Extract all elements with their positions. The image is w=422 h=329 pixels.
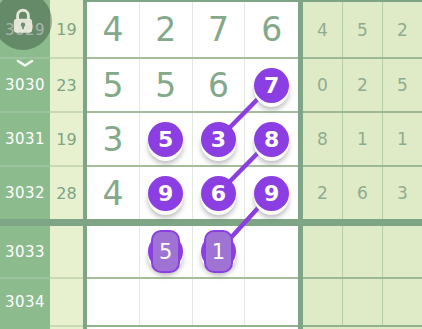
stat-cell: 1 [343, 113, 383, 165]
digit-cell: 4 [87, 167, 140, 219]
stat-cell [343, 279, 383, 325]
stat-value: 1 [397, 129, 408, 149]
sum-cell [50, 226, 83, 277]
digit-cell: 7 [245, 59, 298, 111]
stat-cell: 2 [343, 59, 383, 111]
digit-cell: 4 [87, 2, 140, 57]
digit-cell: 9 [140, 167, 193, 219]
board-row: 3030235567025 [0, 59, 422, 111]
stat-value: 1 [357, 129, 368, 149]
draw-number-cell: 3031 [0, 113, 50, 165]
draw-number: 3030 [5, 76, 45, 94]
digit-cell: 6 [245, 2, 298, 57]
drawn-digit: 8 [264, 127, 279, 152]
digit-cell: 6 [193, 59, 246, 111]
digit: 5 [102, 66, 123, 105]
sum-cell [50, 279, 83, 325]
digit: 3 [102, 120, 123, 159]
stat-cell: 1 [383, 113, 422, 165]
board-row: 3032284969263 [0, 167, 422, 219]
stat-cell [303, 279, 343, 325]
stat-value: 8 [317, 129, 328, 149]
stat-cell [303, 226, 343, 277]
digit: 5 [155, 66, 176, 105]
stat-cell: 4 [303, 2, 343, 57]
draw-number: 3034 [5, 293, 45, 311]
chevron-down-icon[interactable] [16, 59, 34, 68]
draw-number-cell: 3032 [0, 167, 50, 219]
digit-cell: 6 [193, 167, 246, 219]
digit-cell: 2 [140, 2, 193, 57]
picked-number-tile[interactable]: 1 [201, 234, 236, 269]
digit: 4 [102, 174, 123, 213]
drawn-digit: 5 [158, 127, 173, 152]
digit-cell: 3 [193, 113, 246, 165]
digit-cell: 5 [140, 59, 193, 111]
digit-cell: 3 [87, 113, 140, 165]
digit-cell: 8 [245, 113, 298, 165]
stat-value: 5 [397, 75, 408, 95]
drawn-digit: 3 [211, 127, 226, 152]
digit-cell[interactable]: 1 [193, 226, 246, 277]
digit: 6 [261, 10, 282, 49]
draw-number: 3032 [5, 184, 45, 202]
stat-value: 6 [357, 183, 368, 203]
drawn-digit: 7 [264, 73, 279, 98]
stat-cell: 0 [303, 59, 343, 111]
draw-number: 3033 [5, 243, 45, 261]
digit-cell[interactable] [140, 279, 193, 325]
drawn-number-circle: 6 [201, 176, 236, 211]
drawn-digit: 6 [211, 181, 226, 206]
digit: 7 [208, 10, 229, 49]
board-row: 3034 [0, 279, 422, 325]
drawn-number-circle: 5 [148, 122, 183, 157]
stat-cell [383, 226, 422, 277]
stat-value: 4 [317, 20, 328, 40]
digit-cell: 9 [245, 167, 298, 219]
digit: 4 [102, 10, 123, 49]
stat-cell: 2 [383, 2, 422, 57]
drawn-number-circle: 9 [254, 176, 289, 211]
sum-value: 19 [56, 130, 76, 149]
sum-cell: 28 [50, 167, 83, 219]
digit-cell[interactable] [87, 279, 140, 325]
digit-cell: 5 [87, 59, 140, 111]
digit-cell[interactable] [245, 279, 298, 325]
stat-cell [383, 279, 422, 325]
drawn-number-circle: 9 [148, 176, 183, 211]
stat-value: 3 [397, 183, 408, 203]
digit: 2 [155, 10, 176, 49]
picked-digit: 1 [212, 240, 225, 264]
digit-cell[interactable] [87, 226, 140, 277]
digit: 6 [208, 66, 229, 105]
board-row: 3031193538811 [0, 113, 422, 165]
stat-value: 5 [357, 20, 368, 40]
stat-value: 0 [317, 75, 328, 95]
drawn-digit: 9 [158, 181, 173, 206]
stat-cell: 8 [303, 113, 343, 165]
digit-cell: 5 [140, 113, 193, 165]
board-rows: 3029194276452303023556702530311935388113… [0, 0, 422, 329]
picked-number-tile[interactable]: 5 [148, 234, 183, 269]
picked-digit: 5 [159, 240, 172, 264]
sum-value: 19 [56, 20, 76, 39]
draw-number-cell: 3033 [0, 226, 50, 277]
draw-number-cell: 3034 [0, 279, 50, 325]
drawn-digit: 9 [264, 181, 279, 206]
stat-cell: 5 [343, 2, 383, 57]
sum-value: 28 [56, 184, 76, 203]
sum-cell: 23 [50, 59, 83, 111]
digit-cell[interactable]: 5 [140, 226, 193, 277]
draw-number: 3031 [5, 130, 45, 148]
sum-value: 23 [56, 76, 76, 95]
drawn-number-circle: 3 [201, 122, 236, 157]
sum-cell: 19 [50, 2, 83, 57]
drawn-number-circle: 7 [254, 68, 289, 103]
board-row: 303351 [0, 226, 422, 277]
board-row: 3029194276452 [0, 2, 422, 57]
drawn-number-circle: 8 [254, 122, 289, 157]
row-separator [0, 219, 422, 226]
sum-cell: 19 [50, 113, 83, 165]
stat-value: 2 [357, 75, 368, 95]
stat-cell: 2 [303, 167, 343, 219]
lock-icon [10, 7, 36, 35]
stat-value: 2 [317, 183, 328, 203]
lottery-trend-board: 3029194276452303023556702530311935388113… [0, 0, 422, 329]
stat-cell [343, 226, 383, 277]
stat-cell: 6 [343, 167, 383, 219]
digit-cell[interactable] [245, 226, 298, 277]
stat-cell: 3 [383, 167, 422, 219]
stat-cell: 5 [383, 59, 422, 111]
digit-cell: 7 [193, 2, 246, 57]
stat-value: 2 [397, 20, 408, 40]
digit-cell[interactable] [193, 279, 246, 325]
